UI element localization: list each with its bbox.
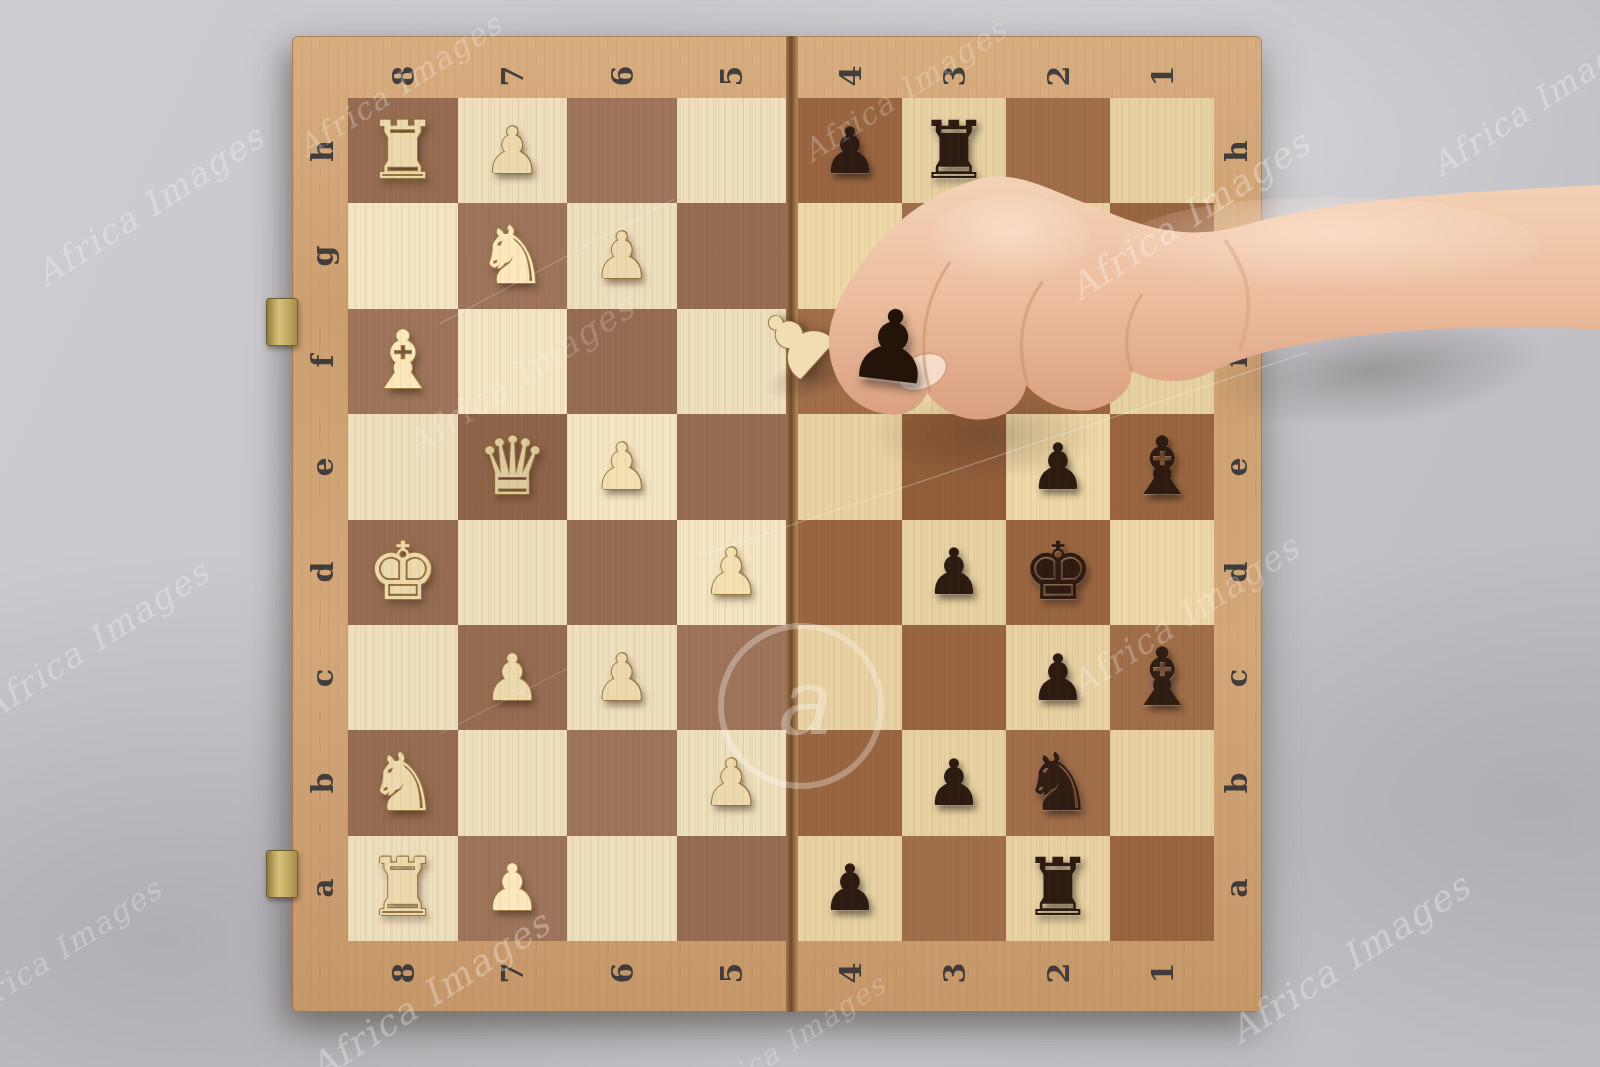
watermark-text-5: Africa Images — [0, 551, 217, 729]
square-f6[interactable] — [567, 309, 677, 414]
square-b4[interactable] — [798, 730, 902, 835]
white-pawn[interactable]: ♟ — [567, 625, 677, 730]
file-label-left-b: b — [305, 772, 340, 793]
white-rook[interactable]: ♜ — [348, 98, 458, 203]
square-h8[interactable]: ♜ — [348, 98, 458, 203]
rank-label-top-5: 5 — [714, 66, 749, 87]
square-b7[interactable] — [458, 730, 568, 835]
white-pawn[interactable]: ♟ — [458, 98, 568, 203]
square-g1[interactable] — [1110, 203, 1214, 308]
rank-label-bottom-3: 3 — [937, 963, 972, 984]
black-king[interactable]: ♚ — [1006, 520, 1110, 625]
square-b1[interactable] — [1110, 730, 1214, 835]
square-d4[interactable] — [798, 520, 902, 625]
square-b6[interactable] — [567, 730, 677, 835]
white-pawn[interactable]: ♟ — [567, 414, 677, 519]
square-e8[interactable] — [348, 414, 458, 519]
board-left-half: ♜♟♞♟♝♛♟♚♟♟♟♞♟♜♟ — [348, 98, 786, 941]
brass-hinge-top — [266, 298, 298, 346]
square-f8[interactable]: ♝ — [348, 309, 458, 414]
black-rook[interactable]: ♜ — [902, 98, 1006, 203]
file-label-right-g: g — [1219, 246, 1254, 267]
square-b5[interactable]: ♟ — [677, 730, 787, 835]
rank-label-bottom-1: 1 — [1145, 963, 1180, 984]
square-h6[interactable] — [567, 98, 677, 203]
square-f2[interactable] — [1006, 309, 1110, 414]
file-label-left-e: e — [305, 457, 340, 476]
square-c8[interactable] — [348, 625, 458, 730]
square-a3[interactable] — [902, 836, 1006, 941]
square-h3[interactable]: ♜ — [902, 98, 1006, 203]
file-label-right-f: f — [1219, 355, 1254, 368]
chessboard: ♜♟♞♟♝♛♟♚♟♟♟♞♟♜♟ ♟♜♟♝♟♚♟♝♟♞♟♜ 87654321876… — [292, 36, 1262, 1012]
held-black-pawn[interactable]: ♟ — [823, 277, 961, 415]
square-e1[interactable]: ♝ — [1110, 414, 1214, 519]
square-f7[interactable] — [458, 309, 568, 414]
black-pawn[interactable]: ♟ — [902, 520, 1006, 625]
rank-label-top-7: 7 — [495, 66, 530, 87]
file-label-right-d: d — [1219, 562, 1254, 583]
file-label-left-c: c — [305, 668, 340, 686]
file-label-left-d: d — [305, 562, 340, 583]
file-label-right-a: a — [1219, 879, 1254, 898]
black-knight[interactable]: ♞ — [1006, 730, 1110, 835]
file-label-left-f: f — [305, 355, 340, 368]
board-fold-seam — [786, 36, 798, 1012]
square-a7[interactable]: ♟ — [458, 836, 568, 941]
file-label-left-a: a — [305, 879, 340, 898]
square-e4[interactable] — [798, 414, 902, 519]
square-d7[interactable] — [458, 520, 568, 625]
square-h5[interactable] — [677, 98, 787, 203]
square-b2[interactable]: ♞ — [1006, 730, 1110, 835]
square-g2[interactable] — [1006, 203, 1110, 308]
rank-label-bottom-4: 4 — [833, 963, 868, 984]
square-c2[interactable]: ♟ — [1006, 625, 1110, 730]
square-a2[interactable]: ♜ — [1006, 836, 1110, 941]
white-king[interactable]: ♚ — [348, 520, 458, 625]
square-a6[interactable] — [567, 836, 677, 941]
rank-label-bottom-2: 2 — [1041, 963, 1076, 984]
square-d1[interactable] — [1110, 520, 1214, 625]
square-c4[interactable] — [798, 625, 902, 730]
rank-label-top-1: 1 — [1145, 66, 1180, 87]
square-d2[interactable]: ♚ — [1006, 520, 1110, 625]
square-a8[interactable]: ♜ — [348, 836, 458, 941]
file-label-left-g: g — [305, 246, 340, 267]
rank-label-top-4: 4 — [833, 66, 868, 87]
board-right-half: ♟♜♟♝♟♚♟♝♟♞♟♜ — [798, 98, 1214, 941]
rank-label-bottom-8: 8 — [385, 963, 420, 984]
square-d6[interactable] — [567, 520, 677, 625]
black-bishop[interactable]: ♝ — [1110, 625, 1214, 730]
white-pawn[interactable]: ♟ — [458, 625, 568, 730]
square-a1[interactable] — [1110, 836, 1214, 941]
rank-label-bottom-5: 5 — [714, 963, 749, 984]
square-g7[interactable]: ♞ — [458, 203, 568, 308]
white-rook[interactable]: ♜ — [348, 836, 458, 941]
square-e2[interactable]: ♟ — [1006, 414, 1110, 519]
black-pawn[interactable]: ♟ — [1006, 414, 1110, 519]
square-d3[interactable]: ♟ — [902, 520, 1006, 625]
white-pawn[interactable]: ♟ — [567, 203, 677, 308]
square-h4[interactable]: ♟ — [798, 98, 902, 203]
rank-label-bottom-6: 6 — [604, 963, 639, 984]
rank-label-top-3: 3 — [937, 66, 972, 87]
brass-hinge-bottom — [266, 850, 298, 898]
square-c1[interactable]: ♝ — [1110, 625, 1214, 730]
square-h1[interactable] — [1110, 98, 1214, 203]
square-g8[interactable] — [348, 203, 458, 308]
square-e6[interactable]: ♟ — [567, 414, 677, 519]
square-d5[interactable]: ♟ — [677, 520, 787, 625]
white-pawn[interactable]: ♟ — [677, 730, 787, 835]
black-pawn[interactable]: ♟ — [798, 98, 902, 203]
square-e7[interactable]: ♛ — [458, 414, 568, 519]
square-h2[interactable] — [1006, 98, 1110, 203]
watermark-text-3: Africa Images — [1424, 16, 1600, 185]
rank-label-top-8: 8 — [385, 66, 420, 87]
square-c3[interactable] — [902, 625, 1006, 730]
white-pawn[interactable]: ♟ — [458, 836, 568, 941]
black-bishop[interactable]: ♝ — [1110, 414, 1214, 519]
square-b8[interactable]: ♞ — [348, 730, 458, 835]
rank-label-top-2: 2 — [1041, 66, 1076, 87]
file-label-right-e: e — [1219, 457, 1254, 476]
black-rook[interactable]: ♜ — [1006, 836, 1110, 941]
file-label-right-b: b — [1219, 772, 1254, 793]
watermark-text-8: Africa Images — [0, 871, 169, 1029]
stock-photo-scene: ♜♟♞♟♝♛♟♚♟♟♟♞♟♜♟ ♟♜♟♝♟♚♟♝♟♞♟♜ 87654321876… — [0, 0, 1600, 1067]
square-e5[interactable] — [677, 414, 787, 519]
square-f1[interactable] — [1110, 309, 1214, 414]
file-label-right-h: h — [1219, 140, 1254, 162]
square-c6[interactable]: ♟ — [567, 625, 677, 730]
rank-label-bottom-7: 7 — [495, 963, 530, 984]
white-bishop[interactable]: ♝ — [348, 309, 458, 414]
square-g6[interactable]: ♟ — [567, 203, 677, 308]
black-pawn[interactable]: ♟ — [1006, 625, 1110, 730]
square-d8[interactable]: ♚ — [348, 520, 458, 625]
square-a4[interactable]: ♟ — [798, 836, 902, 941]
file-label-right-c: c — [1219, 668, 1254, 686]
watermark-text-0: Africa Images — [28, 116, 272, 294]
white-queen[interactable]: ♛ — [458, 414, 568, 519]
file-label-left-h: h — [305, 140, 340, 162]
white-pawn[interactable]: ♟ — [677, 520, 787, 625]
square-e3[interactable] — [902, 414, 1006, 519]
square-c7[interactable]: ♟ — [458, 625, 568, 730]
square-a5[interactable] — [677, 836, 787, 941]
black-pawn[interactable]: ♟ — [798, 836, 902, 941]
black-pawn[interactable]: ♟ — [902, 730, 1006, 835]
rank-label-top-6: 6 — [604, 66, 639, 87]
square-c5[interactable] — [677, 625, 787, 730]
white-knight[interactable]: ♞ — [348, 730, 458, 835]
square-h7[interactable]: ♟ — [458, 98, 568, 203]
white-knight[interactable]: ♞ — [458, 203, 568, 308]
square-b3[interactable]: ♟ — [902, 730, 1006, 835]
